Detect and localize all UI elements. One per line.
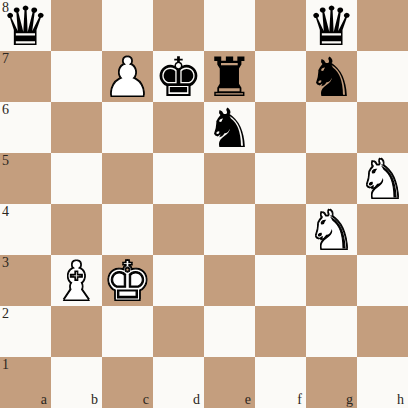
white-knight-g4[interactable]: ♞ <box>306 205 357 256</box>
white-knight-h5[interactable]: ♞ <box>357 154 408 205</box>
square-h5[interactable]: ♞ <box>357 153 408 204</box>
square-d7[interactable]: ♚ <box>153 51 204 102</box>
square-e4[interactable] <box>204 204 255 255</box>
square-c1[interactable]: c <box>102 357 153 408</box>
square-h6[interactable] <box>357 102 408 153</box>
white-king-c3[interactable]: ♚ <box>102 256 153 307</box>
square-e2[interactable] <box>204 306 255 357</box>
square-e8[interactable] <box>204 0 255 51</box>
white-pawn-c7[interactable]: ♟ <box>102 52 153 103</box>
file-label-c: c <box>143 393 149 407</box>
square-a4[interactable]: 4 <box>0 204 51 255</box>
square-b1[interactable]: b <box>51 357 102 408</box>
file-label-d: d <box>193 393 200 407</box>
square-h3[interactable] <box>357 255 408 306</box>
rank-label-3: 3 <box>2 256 9 270</box>
square-f7[interactable] <box>255 51 306 102</box>
square-a5[interactable]: 5 <box>0 153 51 204</box>
black-knight-e6[interactable]: ♞ <box>204 103 255 154</box>
square-f2[interactable] <box>255 306 306 357</box>
square-e5[interactable] <box>204 153 255 204</box>
square-b6[interactable] <box>51 102 102 153</box>
black-queen-g8[interactable]: ♛ <box>306 1 357 52</box>
square-f3[interactable] <box>255 255 306 306</box>
square-f8[interactable] <box>255 0 306 51</box>
square-f1[interactable]: f <box>255 357 306 408</box>
square-e3[interactable] <box>204 255 255 306</box>
square-g6[interactable] <box>306 102 357 153</box>
square-f5[interactable] <box>255 153 306 204</box>
square-a7[interactable]: 7 <box>0 51 51 102</box>
square-g7[interactable]: ♞ <box>306 51 357 102</box>
square-d8[interactable] <box>153 0 204 51</box>
black-knight-g7[interactable]: ♞ <box>306 52 357 103</box>
chess-board: ♛8♛7♟♚♜♞6♞5♞4♞3♝♚21abcdefgh <box>0 0 408 408</box>
square-d5[interactable] <box>153 153 204 204</box>
square-a1[interactable]: 1a <box>0 357 51 408</box>
square-h2[interactable] <box>357 306 408 357</box>
file-label-f: f <box>297 393 302 407</box>
square-c6[interactable] <box>102 102 153 153</box>
square-d2[interactable] <box>153 306 204 357</box>
rank-label-5: 5 <box>2 154 9 168</box>
square-g3[interactable] <box>306 255 357 306</box>
square-b3[interactable]: ♝ <box>51 255 102 306</box>
square-a6[interactable]: 6 <box>0 102 51 153</box>
file-label-a: a <box>41 393 47 407</box>
square-c4[interactable] <box>102 204 153 255</box>
square-d1[interactable]: d <box>153 357 204 408</box>
file-label-e: e <box>245 393 251 407</box>
square-h7[interactable] <box>357 51 408 102</box>
square-e6[interactable]: ♞ <box>204 102 255 153</box>
rank-label-2: 2 <box>2 307 9 321</box>
square-a2[interactable]: 2 <box>0 306 51 357</box>
square-c7[interactable]: ♟ <box>102 51 153 102</box>
square-d6[interactable] <box>153 102 204 153</box>
square-g2[interactable] <box>306 306 357 357</box>
square-b5[interactable] <box>51 153 102 204</box>
square-e7[interactable]: ♜ <box>204 51 255 102</box>
file-label-b: b <box>91 393 98 407</box>
square-b2[interactable] <box>51 306 102 357</box>
square-c5[interactable] <box>102 153 153 204</box>
square-a8[interactable]: ♛8 <box>0 0 51 51</box>
black-rook-e7[interactable]: ♜ <box>204 52 255 103</box>
square-g1[interactable]: g <box>306 357 357 408</box>
white-bishop-b3[interactable]: ♝ <box>51 256 102 307</box>
rank-label-4: 4 <box>2 205 9 219</box>
square-a3[interactable]: 3 <box>0 255 51 306</box>
square-b4[interactable] <box>51 204 102 255</box>
square-h4[interactable] <box>357 204 408 255</box>
black-king-d7[interactable]: ♚ <box>153 52 204 103</box>
black-queen-a8[interactable]: ♛ <box>0 1 51 52</box>
rank-label-1: 1 <box>2 358 9 372</box>
square-b8[interactable] <box>51 0 102 51</box>
square-c8[interactable] <box>102 0 153 51</box>
file-label-g: g <box>346 393 353 407</box>
square-g8[interactable]: ♛ <box>306 0 357 51</box>
square-c2[interactable] <box>102 306 153 357</box>
rank-label-7: 7 <box>2 52 9 66</box>
square-c3[interactable]: ♚ <box>102 255 153 306</box>
square-h1[interactable]: h <box>357 357 408 408</box>
square-b7[interactable] <box>51 51 102 102</box>
rank-label-6: 6 <box>2 103 9 117</box>
file-label-h: h <box>397 393 404 407</box>
square-d3[interactable] <box>153 255 204 306</box>
square-g5[interactable] <box>306 153 357 204</box>
square-f6[interactable] <box>255 102 306 153</box>
square-h8[interactable] <box>357 0 408 51</box>
square-e1[interactable]: e <box>204 357 255 408</box>
square-f4[interactable] <box>255 204 306 255</box>
square-d4[interactable] <box>153 204 204 255</box>
square-g4[interactable]: ♞ <box>306 204 357 255</box>
